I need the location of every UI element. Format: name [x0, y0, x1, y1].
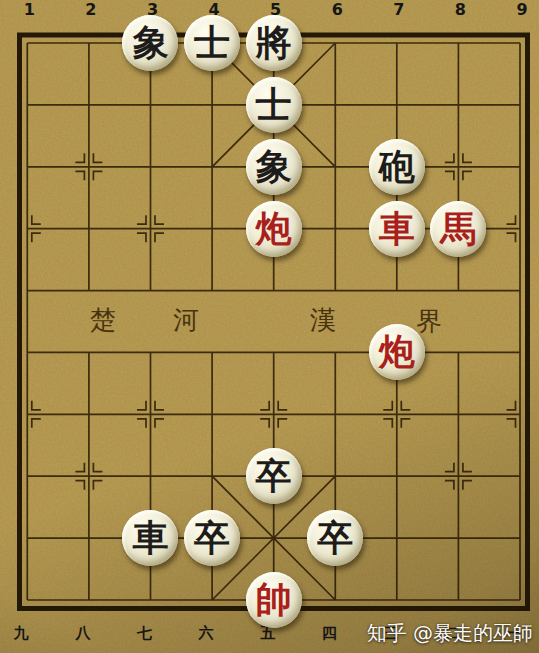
piece-glyph: 卒: [317, 519, 353, 555]
piece-glyph: 炮: [256, 210, 292, 246]
piece-glyph: 炮: [379, 333, 415, 369]
piece-red-general[interactable]: 帥: [246, 572, 302, 628]
piece-red-horse[interactable]: 馬: [430, 201, 486, 257]
piece-red-cannon[interactable]: 炮: [369, 324, 425, 380]
piece-black-cannon[interactable]: 砲: [369, 139, 425, 195]
piece-black-elephant[interactable]: 象: [122, 15, 178, 71]
piece-black-advisor[interactable]: 士: [184, 15, 240, 71]
piece-black-general[interactable]: 將: [246, 15, 302, 71]
piece-glyph: 砲: [379, 148, 415, 184]
piece-glyph: 帥: [256, 581, 292, 617]
piece-black-soldier[interactable]: 卒: [307, 510, 363, 566]
piece-black-advisor[interactable]: 士: [246, 77, 302, 133]
piece-red-chariot[interactable]: 車: [369, 201, 425, 257]
piece-black-soldier[interactable]: 卒: [184, 510, 240, 566]
piece-black-soldier[interactable]: 卒: [246, 448, 302, 504]
piece-glyph: 象: [256, 148, 292, 184]
piece-glyph: 馬: [440, 210, 476, 246]
xiangqi-board-grid[interactable]: 象士將士象砲炮車馬炮卒車卒卒帥: [0, 12, 539, 631]
watermark: 知乎 @暴走的巫師: [367, 620, 533, 647]
piece-glyph: 將: [256, 24, 292, 60]
piece-glyph: 卒: [256, 457, 292, 493]
piece-glyph: 車: [379, 210, 415, 246]
piece-black-chariot[interactable]: 車: [122, 510, 178, 566]
piece-glyph: 士: [256, 86, 292, 122]
piece-glyph: 卒: [194, 519, 230, 555]
piece-glyph: 士: [194, 24, 230, 60]
piece-black-elephant[interactable]: 象: [246, 139, 302, 195]
piece-glyph: 車: [132, 519, 168, 555]
piece-glyph: 象: [132, 24, 168, 60]
piece-red-cannon[interactable]: 炮: [246, 201, 302, 257]
xiangqi-board-screenshot: 123456789 九八七六五四三二一 楚 河 漢 界 象士將士象砲炮車馬炮卒車…: [0, 0, 539, 653]
